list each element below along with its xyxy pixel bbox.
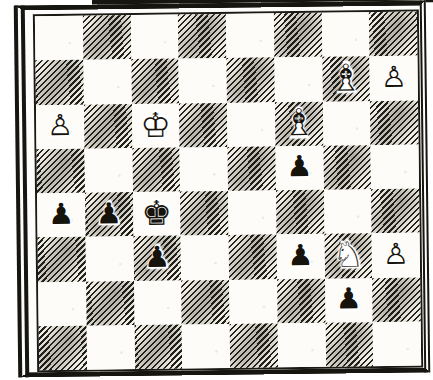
square-a6: ♟♙ — [36, 104, 84, 149]
piece-halo: ♟ — [321, 273, 377, 325]
square-h7: ♟♙ — [370, 56, 418, 101]
square-f1 — [277, 322, 325, 367]
square-b3 — [85, 236, 133, 281]
piece-halo: ♚ — [128, 98, 184, 150]
square-g5 — [323, 145, 371, 190]
square-a7 — [35, 60, 83, 105]
square-d6 — [179, 102, 227, 147]
square-c6: ♚♔ — [131, 103, 179, 148]
square-d5 — [180, 147, 228, 192]
square-c7 — [131, 59, 179, 104]
square-e8 — [226, 13, 274, 58]
square-b7 — [83, 59, 131, 104]
square-f4 — [276, 190, 324, 235]
piece-halo: ♝ — [271, 97, 327, 149]
square-c3: ♟♟ — [133, 236, 181, 281]
square-g7: ♝♗ — [322, 56, 370, 101]
square-e1 — [230, 323, 278, 368]
black-pawn: ♟ — [276, 233, 324, 278]
white-bishop: ♗ — [322, 55, 370, 100]
square-g2: ♟♟ — [325, 278, 373, 323]
piece-halo: ♟ — [32, 99, 88, 151]
square-c1 — [134, 324, 182, 369]
square-f8 — [274, 13, 322, 58]
black-king: ♚ — [133, 191, 181, 236]
square-h3: ♟♙ — [372, 233, 420, 278]
square-c5 — [132, 147, 180, 192]
square-h5 — [371, 144, 419, 189]
square-e6 — [227, 102, 275, 147]
square-b5 — [84, 148, 132, 193]
square-b1 — [86, 325, 134, 370]
piece-halo: ♟ — [271, 141, 327, 193]
square-b2 — [86, 281, 134, 326]
square-g8 — [321, 12, 369, 57]
square-h6 — [370, 100, 418, 145]
chess-board: ♝♗♟♙♟♙♚♔♝♗♟♟♟♟♟♟♚♚♟♟♟♟♞♘♟♙♟♟ — [33, 10, 423, 373]
white-pawn: ♙ — [36, 103, 84, 148]
square-f3: ♟♟ — [276, 234, 324, 279]
square-a3 — [38, 237, 86, 282]
square-g1 — [325, 322, 373, 367]
black-pawn: ♟ — [133, 235, 181, 280]
square-b8 — [83, 15, 131, 60]
piece-halo: ♟ — [129, 231, 185, 283]
square-e7 — [226, 58, 274, 103]
square-f5: ♟♟ — [275, 146, 323, 191]
square-d4 — [180, 191, 228, 236]
square-f6: ♝♗ — [275, 101, 323, 146]
square-f2 — [277, 278, 325, 323]
square-c4: ♚♚ — [133, 192, 181, 237]
square-h4 — [371, 189, 419, 234]
piece-halo: ♞ — [320, 229, 376, 281]
square-a2 — [38, 281, 86, 326]
black-pawn: ♟ — [275, 145, 323, 190]
square-d7 — [179, 58, 227, 103]
white-knight: ♘ — [324, 232, 372, 277]
black-pawn: ♟ — [85, 191, 133, 236]
square-a5 — [36, 148, 84, 193]
piece-halo: ♟ — [368, 228, 424, 280]
piece-halo: ♟ — [272, 229, 328, 281]
square-g6 — [322, 101, 370, 146]
square-d3 — [181, 235, 229, 280]
board-frame: ♝♗♟♙♟♙♚♔♝♗♟♟♟♟♟♟♚♚♟♟♟♟♞♘♟♙♟♟ — [14, 0, 431, 377]
square-g3: ♞♘ — [324, 233, 372, 278]
square-g4 — [324, 189, 372, 234]
piece-halo: ♚ — [129, 187, 185, 239]
square-f7 — [274, 57, 322, 102]
white-king: ♔ — [131, 102, 179, 147]
page-background: { "game": "chess", "diagram_style": "sca… — [0, 0, 433, 380]
white-bishop: ♗ — [275, 100, 323, 145]
square-d1 — [182, 324, 230, 369]
square-c2 — [134, 280, 182, 325]
white-pawn: ♙ — [370, 55, 418, 100]
square-b6 — [84, 104, 132, 149]
square-e5 — [227, 146, 275, 191]
square-e4 — [228, 190, 276, 235]
piece-halo: ♟ — [81, 187, 137, 239]
square-a8 — [35, 16, 83, 61]
square-h1 — [373, 321, 421, 366]
square-d2 — [181, 279, 229, 324]
piece-halo: ♟ — [33, 188, 89, 240]
square-c8 — [130, 15, 178, 60]
piece-halo: ♟ — [366, 51, 422, 103]
square-e3 — [229, 235, 277, 280]
black-pawn: ♟ — [325, 277, 373, 322]
black-pawn: ♟ — [37, 192, 85, 237]
white-pawn: ♙ — [372, 232, 420, 277]
square-h2 — [372, 277, 420, 322]
square-h8 — [369, 12, 417, 57]
square-a1 — [39, 325, 87, 370]
square-b4: ♟♟ — [85, 192, 133, 237]
square-d8 — [178, 14, 226, 59]
square-a4: ♟♟ — [37, 193, 85, 238]
piece-halo: ♝ — [318, 52, 374, 104]
square-e2 — [229, 279, 277, 324]
